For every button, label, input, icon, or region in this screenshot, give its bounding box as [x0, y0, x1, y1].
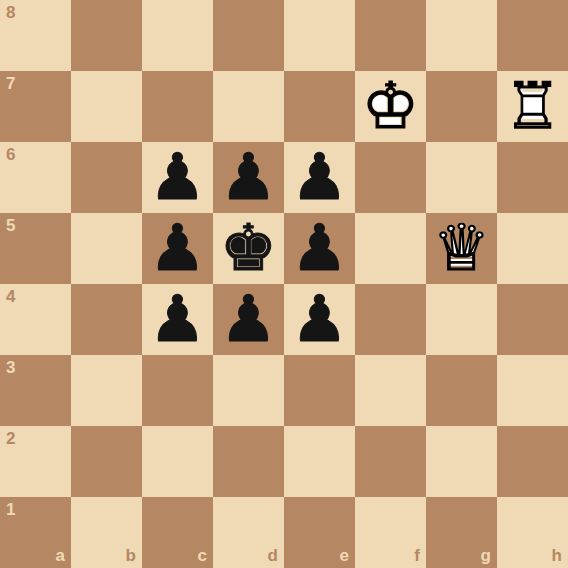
square-g2[interactable] [426, 426, 497, 497]
white-queen-icon: ♕ [433, 213, 490, 284]
square-g7[interactable] [426, 71, 497, 142]
file-label-f: f [414, 547, 420, 564]
piece-black-pawn: ♟ [142, 142, 213, 213]
rank-label-8: 8 [6, 4, 15, 21]
square-g8[interactable] [426, 0, 497, 71]
square-g3[interactable] [426, 355, 497, 426]
square-a4[interactable]: 4 [0, 284, 71, 355]
square-e3[interactable] [284, 355, 355, 426]
black-pawn-icon: ♟ [291, 213, 348, 284]
square-b8[interactable] [71, 0, 142, 71]
square-g5[interactable]: ♛♕ [426, 213, 497, 284]
rank-label-7: 7 [6, 75, 15, 92]
black-pawn-icon: ♟ [149, 142, 206, 213]
black-pawn-icon: ♟ [149, 213, 206, 284]
square-d8[interactable] [213, 0, 284, 71]
square-f4[interactable] [355, 284, 426, 355]
square-h5[interactable] [497, 213, 568, 284]
square-g1[interactable]: g [426, 497, 497, 568]
rank-label-5: 5 [6, 217, 15, 234]
square-a6[interactable]: 6 [0, 142, 71, 213]
piece-white-king: ♚♔ [355, 71, 426, 142]
piece-black-pawn: ♟ [284, 213, 355, 284]
square-c2[interactable] [142, 426, 213, 497]
square-a2[interactable]: 2 [0, 426, 71, 497]
rank-label-1: 1 [6, 501, 15, 518]
file-label-g: g [481, 547, 491, 564]
square-e5[interactable]: ♟ [284, 213, 355, 284]
square-a8[interactable]: 8 [0, 0, 71, 71]
square-b1[interactable]: b [71, 497, 142, 568]
square-c8[interactable] [142, 0, 213, 71]
square-e7[interactable] [284, 71, 355, 142]
piece-black-pawn: ♟ [284, 142, 355, 213]
rank-label-6: 6 [6, 146, 15, 163]
square-b5[interactable] [71, 213, 142, 284]
black-pawn-icon: ♟ [149, 284, 206, 355]
square-f7[interactable]: ♚♔ [355, 71, 426, 142]
file-label-h: h [552, 547, 562, 564]
black-pawn-icon: ♟ [220, 142, 277, 213]
square-d7[interactable] [213, 71, 284, 142]
file-label-b: b [126, 547, 136, 564]
file-label-a: a [56, 547, 65, 564]
piece-black-pawn: ♟ [213, 284, 284, 355]
square-d3[interactable] [213, 355, 284, 426]
square-h6[interactable] [497, 142, 568, 213]
piece-black-king: ♚ [213, 213, 284, 284]
square-d5[interactable]: ♚ [213, 213, 284, 284]
square-h3[interactable] [497, 355, 568, 426]
square-c3[interactable] [142, 355, 213, 426]
square-g4[interactable] [426, 284, 497, 355]
square-h4[interactable] [497, 284, 568, 355]
square-e2[interactable] [284, 426, 355, 497]
square-h7[interactable]: ♜♖ [497, 71, 568, 142]
square-c4[interactable]: ♟ [142, 284, 213, 355]
square-e6[interactable]: ♟ [284, 142, 355, 213]
square-e1[interactable]: e [284, 497, 355, 568]
piece-white-rook: ♜♖ [497, 71, 568, 142]
square-b7[interactable] [71, 71, 142, 142]
square-c7[interactable] [142, 71, 213, 142]
square-a5[interactable]: 5 [0, 213, 71, 284]
square-c6[interactable]: ♟ [142, 142, 213, 213]
white-king-icon: ♔ [362, 71, 419, 142]
white-rook-icon: ♖ [504, 71, 561, 142]
square-b3[interactable] [71, 355, 142, 426]
square-f8[interactable] [355, 0, 426, 71]
square-h1[interactable]: h [497, 497, 568, 568]
square-c5[interactable]: ♟ [142, 213, 213, 284]
black-pawn-icon: ♟ [291, 142, 348, 213]
piece-white-queen: ♛♕ [426, 213, 497, 284]
file-label-c: c [198, 547, 207, 564]
square-h2[interactable] [497, 426, 568, 497]
rank-label-4: 4 [6, 288, 15, 305]
piece-black-pawn: ♟ [213, 142, 284, 213]
square-h8[interactable] [497, 0, 568, 71]
square-d1[interactable]: d [213, 497, 284, 568]
square-c1[interactable]: c [142, 497, 213, 568]
square-a1[interactable]: 1a [0, 497, 71, 568]
rank-label-3: 3 [6, 359, 15, 376]
square-f3[interactable] [355, 355, 426, 426]
square-f1[interactable]: f [355, 497, 426, 568]
piece-black-pawn: ♟ [142, 213, 213, 284]
square-d4[interactable]: ♟ [213, 284, 284, 355]
square-a7[interactable]: 7 [0, 71, 71, 142]
black-pawn-icon: ♟ [291, 284, 348, 355]
square-b4[interactable] [71, 284, 142, 355]
square-f6[interactable] [355, 142, 426, 213]
square-b6[interactable] [71, 142, 142, 213]
square-g6[interactable] [426, 142, 497, 213]
black-king-icon: ♚ [220, 213, 277, 284]
square-f5[interactable] [355, 213, 426, 284]
square-b2[interactable] [71, 426, 142, 497]
square-e8[interactable] [284, 0, 355, 71]
square-d6[interactable]: ♟ [213, 142, 284, 213]
piece-black-pawn: ♟ [142, 284, 213, 355]
square-e4[interactable]: ♟ [284, 284, 355, 355]
piece-black-pawn: ♟ [284, 284, 355, 355]
square-f2[interactable] [355, 426, 426, 497]
rank-label-2: 2 [6, 430, 15, 447]
square-d2[interactable] [213, 426, 284, 497]
file-label-d: d [268, 547, 278, 564]
black-pawn-icon: ♟ [220, 284, 277, 355]
square-a3[interactable]: 3 [0, 355, 71, 426]
chess-board: 87♚♔♜♖6♟♟♟5♟♚♟♛♕4♟♟♟321abcdefgh [0, 0, 568, 568]
file-label-e: e [340, 547, 349, 564]
